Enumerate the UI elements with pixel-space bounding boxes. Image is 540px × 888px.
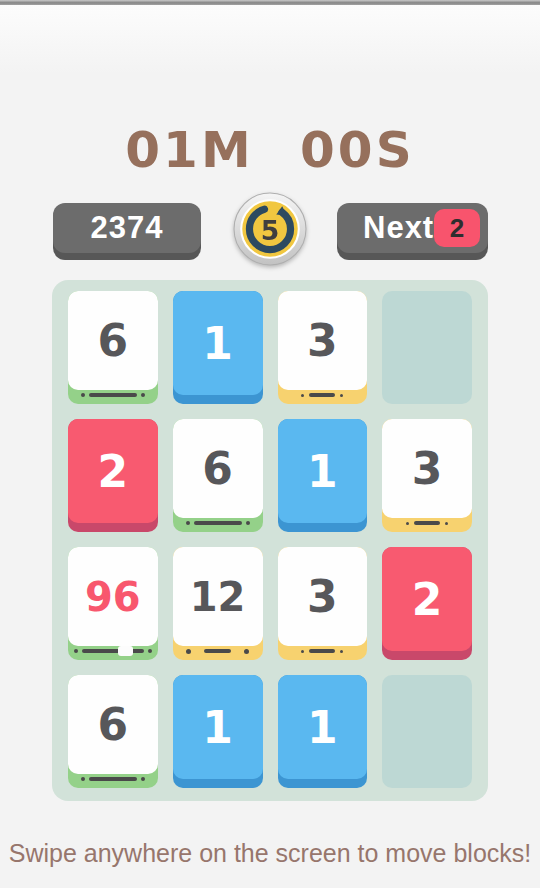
strip-line — [309, 649, 335, 653]
tile-face: 1 — [173, 675, 263, 779]
tile-number: 3 — [412, 443, 443, 494]
tile-face: 1 — [278, 675, 368, 779]
strip-dot — [141, 393, 145, 397]
game-board[interactable]: 6132613961232611 — [52, 280, 488, 801]
tile-strip-ornament — [68, 390, 158, 400]
next-tile-badge: 2 — [434, 209, 480, 247]
tile-face: 3 — [382, 419, 472, 518]
tile-1[interactable]: 1 — [278, 675, 368, 788]
tile-number: 3 — [307, 571, 338, 622]
strip-dot — [81, 777, 85, 781]
rotate-countdown-button[interactable]: 5 — [233, 192, 307, 266]
next-box: Next 2 — [337, 203, 488, 253]
tile-number: 6 — [202, 443, 233, 494]
strip-dot — [74, 649, 78, 653]
tile-number: 1 — [202, 702, 233, 753]
tile-1[interactable]: 1 — [173, 291, 263, 404]
empty-cell — [382, 675, 472, 788]
tile-3[interactable]: 3 — [278, 291, 368, 404]
tile-strip-ornament — [278, 390, 368, 400]
tile-number: 1 — [307, 446, 338, 497]
tile-face: 6 — [173, 419, 263, 518]
tile-number: 96 — [85, 574, 141, 620]
tile-12[interactable]: 12 — [173, 547, 263, 660]
tile-strip-ornament — [278, 646, 368, 656]
tile-number: 2 — [412, 574, 443, 625]
tile-1[interactable]: 1 — [173, 675, 263, 788]
strip-dot — [445, 522, 448, 525]
strip-dot — [186, 521, 190, 525]
strip-dot — [186, 649, 191, 654]
strip-line — [204, 649, 231, 653]
tile-6[interactable]: 6 — [68, 675, 158, 788]
rotate-countdown-value: 5 — [261, 215, 280, 246]
tile-face: 3 — [278, 547, 368, 646]
tile-face: 6 — [68, 675, 158, 774]
tile-grid: 6132613961232611 — [68, 291, 472, 788]
strip-line — [89, 777, 137, 781]
strip-slider-handle — [118, 646, 133, 656]
swipe-hint: Swipe anywhere on the screen to move blo… — [0, 839, 540, 868]
strip-line — [82, 649, 144, 653]
tile-face: 3 — [278, 291, 368, 390]
tile-number: 6 — [98, 699, 129, 750]
strip-dot — [340, 650, 343, 653]
strip-dot — [406, 522, 409, 525]
status-bar — [0, 0, 540, 5]
strip-dot — [244, 649, 249, 654]
tile-strip-ornament — [173, 646, 263, 656]
tile-number: 6 — [98, 315, 129, 366]
tile-3[interactable]: 3 — [278, 547, 368, 660]
tile-strip-ornament — [382, 518, 472, 528]
tile-face: 2 — [68, 419, 158, 523]
tile-2[interactable]: 2 — [382, 547, 472, 660]
timer-title: 01M 00S — [0, 121, 540, 179]
tile-face: 2 — [382, 547, 472, 651]
tile-number: 1 — [307, 702, 338, 753]
tile-6[interactable]: 6 — [68, 291, 158, 404]
tile-number: 12 — [190, 574, 246, 620]
tile-2[interactable]: 2 — [68, 419, 158, 532]
tile-face: 12 — [173, 547, 263, 646]
tile-6[interactable]: 6 — [173, 419, 263, 532]
tile-face: 96 — [68, 547, 158, 646]
tile-strip-ornament — [68, 646, 158, 656]
strip-dot — [81, 393, 85, 397]
score-box: 2374 — [53, 203, 201, 253]
tile-strip-ornament — [173, 518, 263, 528]
tile-face: 1 — [173, 291, 263, 395]
rotate-countdown-icon: 5 — [233, 192, 307, 266]
tile-96[interactable]: 96 — [68, 547, 158, 660]
strip-dot — [340, 394, 343, 397]
strip-dot — [141, 777, 145, 781]
empty-cell — [382, 291, 472, 404]
strip-dot — [301, 394, 304, 397]
strip-dot — [148, 649, 152, 653]
tile-1[interactable]: 1 — [278, 419, 368, 532]
score-value: 2374 — [91, 210, 164, 246]
tile-face: 1 — [278, 419, 368, 523]
app-screen: 01M 00S 2374 5 Next 2 6132613961232611 S… — [0, 0, 540, 888]
strip-line — [194, 521, 242, 525]
tile-strip-ornament — [68, 774, 158, 784]
strip-dot — [246, 521, 250, 525]
tile-face: 6 — [68, 291, 158, 390]
tile-number: 1 — [202, 318, 233, 369]
tile-number: 2 — [98, 446, 129, 497]
tile-number: 3 — [307, 315, 338, 366]
strip-dot — [301, 650, 304, 653]
strip-line — [89, 393, 137, 397]
strip-line — [309, 393, 335, 397]
strip-line — [414, 521, 440, 525]
next-label: Next — [363, 210, 434, 246]
tile-3[interactable]: 3 — [382, 419, 472, 532]
